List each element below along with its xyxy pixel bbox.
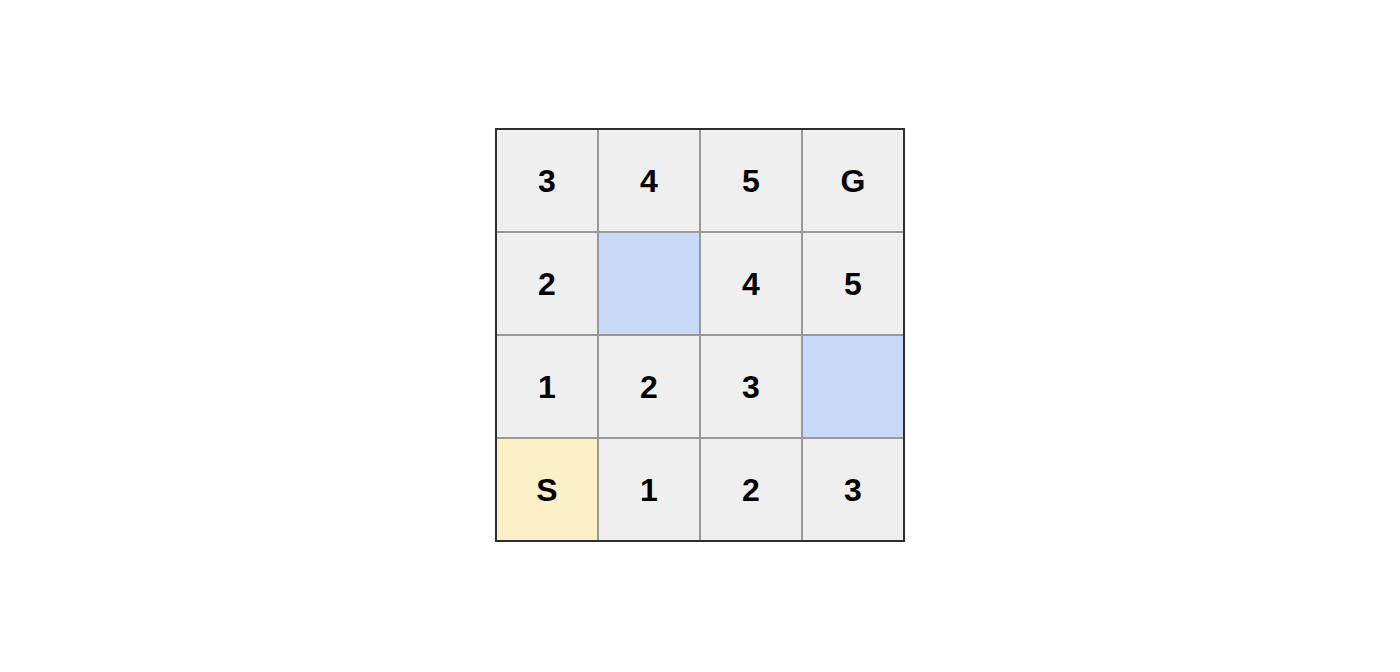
grid-cell-r2c3 [803, 336, 903, 437]
grid-cell-r2c1: 2 [599, 336, 699, 437]
grid-cell-r1c3: 5 [803, 233, 903, 334]
grid-cell-r0c3: G [803, 130, 903, 231]
grid-cell-r0c1: 4 [599, 130, 699, 231]
canvas: { "game": "gridworld-shortest-path-puzzl… [0, 0, 1400, 672]
grid-cell-r3c2: 2 [701, 439, 801, 540]
grid-cell-r3c0: S [497, 439, 597, 540]
grid-cell-r3c3: 3 [803, 439, 903, 540]
grid-cell-r2c0: 1 [497, 336, 597, 437]
grid-cell-r0c0: 3 [497, 130, 597, 231]
grid-cell-r1c0: 2 [497, 233, 597, 334]
grid-cell-r2c2: 3 [701, 336, 801, 437]
grid-cell-r3c1: 1 [599, 439, 699, 540]
grid-board: 3 4 5 G 2 4 5 1 2 3 S 1 2 3 [495, 128, 905, 542]
grid-cell-r0c2: 5 [701, 130, 801, 231]
grid-cell-r1c2: 4 [701, 233, 801, 334]
grid-cell-r1c1 [599, 233, 699, 334]
